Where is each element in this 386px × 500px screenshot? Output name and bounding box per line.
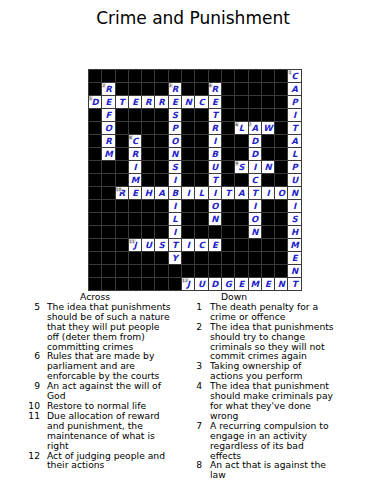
cell-letter: I: [169, 174, 181, 186]
clue-item: 5The idea that punishments should be of …: [28, 302, 186, 352]
letter-cell: I: [129, 161, 141, 173]
cell-letter: N: [288, 187, 300, 199]
black-cell: [249, 239, 261, 251]
black-cell: [209, 226, 221, 238]
letter-cell: D: [209, 278, 221, 290]
black-cell: [102, 174, 114, 186]
black-cell: [89, 70, 101, 82]
clue-number: 8: [192, 460, 202, 480]
letter-cell: N: [288, 265, 300, 277]
black-cell: [155, 148, 167, 160]
black-cell: [155, 213, 167, 225]
black-cell: [222, 96, 234, 108]
cell-letter: I: [209, 135, 221, 147]
letter-cell: E: [129, 187, 141, 199]
black-cell: [262, 200, 274, 212]
black-cell: [275, 226, 287, 238]
black-cell: [222, 122, 234, 134]
letter-cell: E: [169, 96, 181, 108]
across-clues-section: Across 5The idea that punishments should…: [28, 292, 186, 470]
down-clue-list: 1The death penalty for a crime or offenc…: [192, 302, 352, 480]
cell-letter: N: [275, 278, 287, 290]
cell-letter: I: [249, 200, 261, 212]
cell-clue-number: 4: [209, 83, 213, 88]
cell-letter: M: [129, 174, 141, 186]
cell-letter: L: [288, 148, 300, 160]
letter-cell: I: [209, 135, 221, 147]
letter-cell: H: [288, 226, 300, 238]
black-cell: [129, 200, 141, 212]
letter-cell: U: [195, 278, 207, 290]
black-cell: [182, 122, 194, 134]
letter-cell: E: [288, 252, 300, 264]
black-cell: [235, 174, 247, 186]
down-clues-section: Down 1The death penalty for a crime or o…: [192, 292, 352, 480]
clue-item: 7A recurring compulsion to engage in an …: [192, 421, 352, 461]
cell-clue-number: 10: [116, 187, 123, 192]
cell-letter: L: [169, 213, 181, 225]
letter-cell: 6L: [235, 122, 247, 134]
letter-cell: T: [288, 122, 300, 134]
black-cell: [222, 174, 234, 186]
black-cell: [89, 200, 101, 212]
cell-letter: P: [169, 122, 181, 134]
black-cell: [142, 252, 154, 264]
black-cell: [182, 252, 194, 264]
letter-cell: U: [142, 239, 154, 251]
black-cell: [209, 265, 221, 277]
clue-number: 12: [28, 451, 40, 471]
black-cell: [275, 148, 287, 160]
black-cell: [116, 135, 128, 147]
cell-letter: N: [209, 213, 221, 225]
letter-cell: T: [169, 239, 181, 251]
black-cell: [275, 252, 287, 264]
cell-clue-number: 5: [89, 96, 93, 101]
clue-item: 1The death penalty for a crime or offenc…: [192, 302, 352, 322]
cell-letter: T: [249, 187, 261, 199]
cell-letter: I: [182, 187, 194, 199]
black-cell: [155, 265, 167, 277]
letter-cell: 8C: [129, 135, 141, 147]
black-cell: [195, 148, 207, 160]
cell-letter: U: [209, 161, 221, 173]
letter-cell: P: [288, 161, 300, 173]
black-cell: [142, 226, 154, 238]
cell-letter: I: [129, 161, 141, 173]
black-cell: [182, 109, 194, 121]
black-cell: [116, 265, 128, 277]
black-cell: [275, 135, 287, 147]
clue-text: An act that is against the law: [210, 460, 334, 480]
black-cell: [222, 265, 234, 277]
letter-cell: L: [195, 187, 207, 199]
cell-letter: H: [288, 226, 300, 238]
black-cell: [89, 239, 101, 251]
letter-cell: T: [288, 278, 300, 290]
cell-letter: T: [209, 109, 221, 121]
letter-cell: 2R: [102, 83, 114, 95]
black-cell: [129, 109, 141, 121]
letter-cell: 9S: [235, 161, 247, 173]
cell-letter: P: [288, 96, 300, 108]
black-cell: [155, 174, 167, 186]
black-cell: [169, 265, 181, 277]
clue-text: The idea that punishment should make cri…: [210, 381, 334, 421]
cell-clue-number: 6: [235, 122, 239, 127]
letter-cell: B: [209, 148, 221, 160]
black-cell: [129, 252, 141, 264]
black-cell: [262, 174, 274, 186]
letter-cell: E: [262, 278, 274, 290]
cell-letter: C: [195, 96, 207, 108]
black-cell: [142, 135, 154, 147]
letter-cell: R: [209, 122, 221, 134]
letter-cell: A: [155, 187, 167, 199]
cell-letter: I: [209, 187, 221, 199]
cell-letter: I: [169, 200, 181, 212]
cell-letter: A: [288, 83, 300, 95]
black-cell: [155, 122, 167, 134]
black-cell: [89, 135, 101, 147]
black-cell: [222, 252, 234, 264]
cell-letter: L: [195, 187, 207, 199]
black-cell: [222, 239, 234, 251]
clue-text: An act against the will of God: [47, 381, 173, 401]
black-cell: [89, 122, 101, 134]
black-cell: [262, 213, 274, 225]
black-cell: [209, 252, 221, 264]
black-cell: [222, 70, 234, 82]
black-cell: [195, 135, 207, 147]
black-cell: [155, 252, 167, 264]
black-cell: [142, 174, 154, 186]
black-cell: [116, 200, 128, 212]
cell-letter: O: [169, 135, 181, 147]
black-cell: [102, 265, 114, 277]
black-cell: [129, 265, 141, 277]
black-cell: [249, 83, 261, 95]
clue-number: 6: [28, 351, 40, 381]
cell-letter: I: [288, 109, 300, 121]
letter-cell: N: [249, 226, 261, 238]
black-cell: [116, 83, 128, 95]
letter-cell: I: [169, 226, 181, 238]
letter-cell: I: [288, 200, 300, 212]
black-cell: [262, 239, 274, 251]
black-cell: [116, 278, 128, 290]
letter-cell: W: [262, 122, 274, 134]
letter-cell: O: [169, 135, 181, 147]
black-cell: [142, 161, 154, 173]
clue-number: 7: [192, 421, 202, 461]
black-cell: [89, 161, 101, 173]
cell-clue-number: 3: [169, 83, 173, 88]
cell-letter: B: [169, 187, 181, 199]
black-cell: [129, 278, 141, 290]
black-cell: [155, 161, 167, 173]
black-cell: [209, 70, 221, 82]
letter-cell: H: [142, 187, 154, 199]
cell-letter: E: [102, 96, 114, 108]
letter-cell: E: [235, 278, 247, 290]
letter-cell: M: [249, 278, 261, 290]
letter-cell: 7A: [249, 122, 261, 134]
black-cell: [249, 70, 261, 82]
black-cell: [195, 70, 207, 82]
letter-cell: G: [222, 278, 234, 290]
black-cell: [142, 213, 154, 225]
cell-letter: S: [155, 239, 167, 251]
cell-letter: I: [249, 161, 261, 173]
black-cell: [195, 265, 207, 277]
black-cell: [155, 200, 167, 212]
clue-item: 2The idea that punishments should try to…: [192, 322, 352, 362]
clue-item: 3Taking ownership of actions you perform: [192, 361, 352, 381]
black-cell: [116, 252, 128, 264]
clue-item: 11Due allocation of reward and punishmen…: [28, 411, 186, 451]
black-cell: [262, 135, 274, 147]
black-cell: [275, 122, 287, 134]
black-cell: [195, 161, 207, 173]
clue-text: Rules that are made by parliament and ar…: [47, 351, 173, 381]
cell-letter: N: [249, 226, 261, 238]
black-cell: [262, 109, 274, 121]
cell-letter: N: [288, 265, 300, 277]
cell-letter: B: [209, 148, 221, 160]
letter-cell: E: [209, 96, 221, 108]
black-cell: [129, 213, 141, 225]
cell-letter: D: [249, 148, 261, 160]
cell-letter: E: [209, 239, 221, 251]
cell-letter: S: [169, 109, 181, 121]
across-clue-list: 5The idea that punishments should be of …: [28, 302, 186, 470]
letter-cell: D: [249, 148, 261, 160]
black-cell: [275, 200, 287, 212]
black-cell: [142, 200, 154, 212]
letter-cell: 11J: [129, 239, 141, 251]
letter-cell: R: [142, 96, 154, 108]
clue-number: 9: [28, 381, 40, 401]
cell-letter: A: [155, 187, 167, 199]
letter-cell: E: [129, 96, 141, 108]
cell-letter: T: [288, 122, 300, 134]
cell-letter: M: [249, 278, 261, 290]
letter-cell: C: [195, 239, 207, 251]
black-cell: [116, 70, 128, 82]
cell-clue-number: 2: [102, 83, 106, 88]
cell-letter: T: [222, 187, 234, 199]
clue-item: 12Act of judging people and their action…: [28, 451, 186, 471]
letter-cell: O: [102, 122, 114, 134]
letter-cell: 1C: [288, 70, 300, 82]
black-cell: [235, 96, 247, 108]
black-cell: [235, 213, 247, 225]
cell-letter: E: [288, 252, 300, 264]
cell-letter: W: [262, 122, 274, 134]
cell-letter: I: [182, 239, 194, 251]
letter-cell: F: [102, 109, 114, 121]
black-cell: [89, 174, 101, 186]
letter-cell: R: [102, 135, 114, 147]
black-cell: [195, 226, 207, 238]
letter-cell: S: [155, 239, 167, 251]
black-cell: [262, 83, 274, 95]
black-cell: [89, 265, 101, 277]
letter-cell: I: [209, 187, 221, 199]
black-cell: [235, 226, 247, 238]
cell-clue-number: 7: [249, 122, 253, 127]
letter-cell: N: [209, 213, 221, 225]
cell-letter: U: [288, 174, 300, 186]
cell-letter: T: [169, 239, 181, 251]
letter-cell: I: [182, 239, 194, 251]
black-cell: [182, 135, 194, 147]
cell-letter: N: [262, 161, 274, 173]
cell-letter: M: [102, 148, 114, 160]
black-cell: [275, 265, 287, 277]
letter-cell: I: [288, 109, 300, 121]
cell-letter: H: [142, 187, 154, 199]
black-cell: [235, 135, 247, 147]
letter-cell: S: [169, 109, 181, 121]
cell-clue-number: 12: [182, 278, 189, 283]
cell-letter: F: [102, 109, 114, 121]
cell-letter: G: [222, 278, 234, 290]
black-cell: [182, 226, 194, 238]
letter-cell: 5D: [89, 96, 101, 108]
black-cell: [195, 213, 207, 225]
black-cell: [169, 278, 181, 290]
letter-cell: R: [129, 148, 141, 160]
black-cell: [222, 109, 234, 121]
letter-cell: I: [169, 200, 181, 212]
cell-letter: O: [249, 213, 261, 225]
black-cell: [235, 200, 247, 212]
black-cell: [182, 83, 194, 95]
black-cell: [102, 161, 114, 173]
black-cell: [262, 265, 274, 277]
black-cell: [102, 70, 114, 82]
black-cell: [275, 239, 287, 251]
letter-cell: T: [249, 187, 261, 199]
cell-letter: A: [235, 187, 247, 199]
letter-cell: N: [262, 161, 274, 173]
letter-cell: U: [288, 174, 300, 186]
black-cell: [102, 226, 114, 238]
black-cell: [129, 122, 141, 134]
cell-letter: R: [129, 148, 141, 160]
letter-cell: A: [288, 83, 300, 95]
crossword-grid: 1C2R3R4RA5DETERRENCEPFSTIOPR6L7AWTR8COID…: [88, 69, 302, 291]
black-cell: [89, 148, 101, 160]
clue-item: 9An act against the will of God: [28, 381, 186, 401]
black-cell: [262, 148, 274, 160]
black-cell: [182, 265, 194, 277]
clue-item: 4The idea that punishment should make cr…: [192, 381, 352, 421]
clue-text: The idea that punishments should try to …: [210, 322, 334, 362]
cell-letter: N: [169, 148, 181, 160]
letter-cell: E: [209, 239, 221, 251]
cell-letter: P: [288, 161, 300, 173]
black-cell: [102, 278, 114, 290]
letter-cell: A: [288, 135, 300, 147]
black-cell: [182, 213, 194, 225]
black-cell: [235, 83, 247, 95]
black-cell: [102, 200, 114, 212]
letter-cell: O: [275, 187, 287, 199]
clue-text: Due allocation of reward and punishment,…: [47, 411, 173, 451]
black-cell: [275, 213, 287, 225]
clue-number: 11: [28, 411, 40, 451]
letter-cell: S: [288, 213, 300, 225]
letter-cell: E: [102, 96, 114, 108]
letter-cell: R: [155, 96, 167, 108]
cell-letter: T: [116, 96, 128, 108]
cell-letter: N: [182, 96, 194, 108]
black-cell: [142, 148, 154, 160]
black-cell: [235, 239, 247, 251]
letter-cell: P: [288, 96, 300, 108]
black-cell: [116, 109, 128, 121]
black-cell: [235, 70, 247, 82]
black-cell: [89, 213, 101, 225]
black-cell: [129, 70, 141, 82]
clue-number: 1: [192, 302, 202, 322]
black-cell: [249, 265, 261, 277]
letter-cell: A: [235, 187, 247, 199]
black-cell: [116, 122, 128, 134]
cell-letter: C: [195, 239, 207, 251]
cell-letter: I: [169, 226, 181, 238]
black-cell: [89, 109, 101, 121]
black-cell: [116, 161, 128, 173]
black-cell: [89, 83, 101, 95]
black-cell: [249, 109, 261, 121]
clue-text: Taking ownership of actions you perform: [210, 361, 334, 381]
letter-cell: T: [116, 96, 128, 108]
letter-cell: S: [169, 161, 181, 173]
black-cell: [142, 265, 154, 277]
black-cell: [142, 278, 154, 290]
cell-letter: E: [262, 278, 274, 290]
letter-cell: T: [209, 174, 221, 186]
cell-clue-number: 1: [288, 70, 292, 75]
letter-cell: N: [182, 96, 194, 108]
letter-cell: 12J: [182, 278, 194, 290]
cell-letter: M: [288, 239, 300, 251]
letter-cell: N: [169, 148, 181, 160]
black-cell: [235, 265, 247, 277]
page-title: Crime and Punishment: [0, 8, 386, 28]
black-cell: [155, 226, 167, 238]
cell-letter: U: [142, 239, 154, 251]
black-cell: [275, 109, 287, 121]
black-cell: [155, 70, 167, 82]
black-cell: [262, 226, 274, 238]
letter-cell: P: [169, 122, 181, 134]
black-cell: [275, 174, 287, 186]
black-cell: [155, 109, 167, 121]
black-cell: [275, 70, 287, 82]
cell-clue-number: 8: [129, 135, 133, 140]
black-cell: [89, 187, 101, 199]
letter-cell: L: [169, 213, 181, 225]
letter-cell: O: [209, 200, 221, 212]
letter-cell: I: [249, 200, 261, 212]
cell-letter: R: [102, 135, 114, 147]
clue-text: The idea that punishments should be of s…: [47, 302, 173, 352]
